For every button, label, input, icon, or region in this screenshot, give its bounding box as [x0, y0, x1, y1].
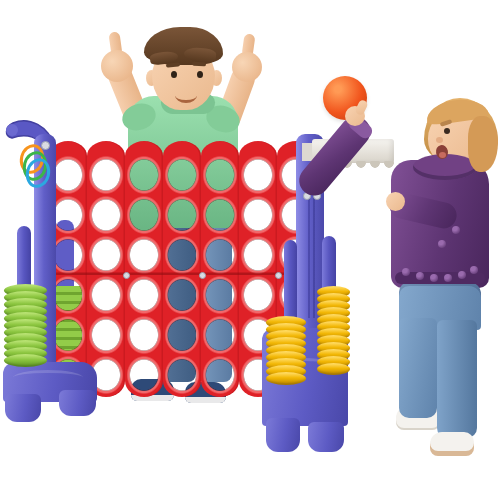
- toddler-hair-side: [468, 116, 498, 172]
- board-seam-screw: [123, 272, 130, 279]
- sweater-bobble: [458, 271, 466, 279]
- toddler-right-shoe: [430, 432, 474, 456]
- sweater-bobble: [402, 268, 410, 276]
- boy-right-eye: [197, 71, 203, 78]
- board-slot-r4c5: [201, 275, 239, 315]
- stored-disc: [266, 372, 306, 385]
- toddler-tongue: [439, 152, 446, 158]
- yellow-disc-stack-front: [266, 322, 306, 385]
- toddler-jeans-right-leg: [437, 320, 477, 438]
- right-front-storage-pin: [284, 240, 297, 322]
- boy-smile: [175, 88, 197, 103]
- board-slot-r1c5: [201, 141, 239, 195]
- boy-right-fist: [232, 52, 262, 82]
- board-slot-r4c2: [87, 275, 125, 315]
- board-slot-r1c4: [163, 141, 201, 195]
- board-slot-r4c3: [125, 275, 163, 315]
- product-photo-stage: [0, 0, 500, 500]
- left-leg-base: [3, 362, 97, 424]
- sweater-bobble: [470, 266, 478, 274]
- sweater-bobble: [416, 272, 424, 280]
- board-slot-r5c5: [201, 315, 239, 355]
- board-slot-r2c6: [239, 195, 277, 235]
- board-slot-r1c3: [125, 141, 163, 195]
- board-slot-r2c3: [125, 195, 163, 235]
- board-slot-r5c3: [125, 315, 163, 355]
- board-slot-r6c5: [201, 355, 239, 397]
- right-leg-front-foot: [266, 418, 300, 452]
- board-slot-r6c3: [125, 355, 163, 397]
- boy-left-fist: [101, 50, 133, 82]
- left-front-storage-pin: [17, 226, 31, 292]
- toddler-jeans-left-leg: [399, 318, 437, 418]
- board-seam-screw: [199, 272, 206, 279]
- board-slot-r2c4: [163, 195, 201, 235]
- stored-disc: [4, 354, 47, 367]
- left-leg-front-foot: [5, 394, 41, 422]
- yellow-disc-stack-rear: [317, 291, 350, 375]
- sweater-bobble: [430, 274, 438, 282]
- board-slot-r5c2: [87, 315, 125, 355]
- toddler-fist: [386, 192, 405, 211]
- left-leg-rear-foot: [59, 390, 96, 416]
- boy-left-eye: [171, 71, 177, 78]
- left-leg-emboss: [13, 370, 83, 385]
- board-seam-screw: [275, 272, 282, 279]
- right-leg-rear-foot: [308, 422, 344, 452]
- toddler-eye: [444, 128, 450, 134]
- board-slot-r4c6: [239, 275, 277, 315]
- board-slot-r2c5: [201, 195, 239, 235]
- board-slot-r6c4: [163, 355, 201, 397]
- green-disc-stack: [4, 290, 47, 367]
- board-slot-r3c2: [87, 235, 125, 275]
- board-slot-r1c2: [87, 141, 125, 195]
- sweater-bobble: [452, 226, 460, 234]
- board-slot-r3c5: [201, 235, 239, 275]
- toddler-nose: [436, 137, 443, 143]
- board-slot-r4c4: [163, 275, 201, 315]
- sweater-bobble: [444, 274, 452, 282]
- board-slot-r3c6: [239, 235, 277, 275]
- boy-right-shoe-sole: [185, 397, 226, 403]
- board-slot-r5c4: [163, 315, 201, 355]
- board-slot-r2c2: [87, 195, 125, 235]
- sweater-bobble: [438, 240, 446, 248]
- stored-disc: [317, 363, 350, 375]
- board-slot-r3c4: [163, 235, 201, 275]
- board-slot-r3c3: [125, 235, 163, 275]
- board-slot-r1c6: [239, 141, 277, 195]
- right-rear-storage-pin: [322, 236, 336, 292]
